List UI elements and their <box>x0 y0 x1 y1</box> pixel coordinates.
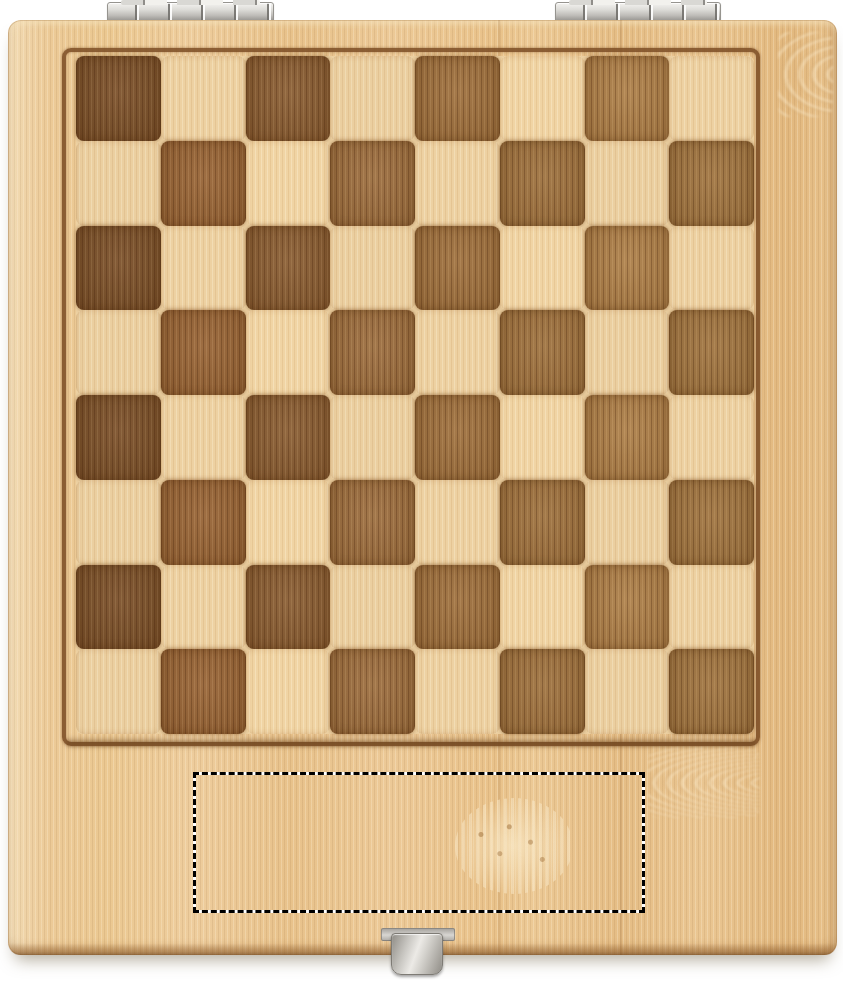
board-burn-shadow <box>66 736 756 749</box>
square-a7 <box>76 141 161 226</box>
square-c1 <box>246 649 331 734</box>
square-a3 <box>76 480 161 565</box>
chess-box-lid <box>8 20 837 955</box>
square-b2 <box>161 565 246 650</box>
square-a5 <box>76 310 161 395</box>
square-h2 <box>669 565 754 650</box>
square-c7 <box>246 141 331 226</box>
square-f5 <box>500 310 585 395</box>
square-b8 <box>161 56 246 141</box>
square-f7 <box>500 141 585 226</box>
square-a2 <box>76 565 161 650</box>
square-g2 <box>585 565 670 650</box>
square-a4 <box>76 395 161 480</box>
square-c2 <box>246 565 331 650</box>
square-e7 <box>415 141 500 226</box>
square-g4 <box>585 395 670 480</box>
square-h7 <box>669 141 754 226</box>
square-c5 <box>246 310 331 395</box>
square-f4 <box>500 395 585 480</box>
square-g1 <box>585 649 670 734</box>
square-c6 <box>246 226 331 311</box>
square-f8 <box>500 56 585 141</box>
square-e8 <box>415 56 500 141</box>
square-d3 <box>330 480 415 565</box>
square-d4 <box>330 395 415 480</box>
square-e2 <box>415 565 500 650</box>
square-g6 <box>585 226 670 311</box>
square-d8 <box>330 56 415 141</box>
square-h3 <box>669 480 754 565</box>
wood-grain-patch <box>648 748 760 818</box>
square-f6 <box>500 226 585 311</box>
square-b1 <box>161 649 246 734</box>
square-f3 <box>500 480 585 565</box>
wood-grain-patch <box>778 32 833 117</box>
square-h1 <box>669 649 754 734</box>
square-f1 <box>500 649 585 734</box>
square-g7 <box>585 141 670 226</box>
square-a8 <box>76 56 161 141</box>
square-e3 <box>415 480 500 565</box>
square-b3 <box>161 480 246 565</box>
square-e5 <box>415 310 500 395</box>
square-d2 <box>330 565 415 650</box>
square-g5 <box>585 310 670 395</box>
square-f2 <box>500 565 585 650</box>
square-d6 <box>330 226 415 311</box>
square-g3 <box>585 480 670 565</box>
square-d1 <box>330 649 415 734</box>
print-area-marker <box>193 772 645 913</box>
square-b6 <box>161 226 246 311</box>
chessboard <box>76 56 754 734</box>
square-e6 <box>415 226 500 311</box>
square-g8 <box>585 56 670 141</box>
clasp-button <box>391 933 443 975</box>
square-d5 <box>330 310 415 395</box>
square-b5 <box>161 310 246 395</box>
square-a6 <box>76 226 161 311</box>
square-c3 <box>246 480 331 565</box>
square-e4 <box>415 395 500 480</box>
square-b7 <box>161 141 246 226</box>
square-d7 <box>330 141 415 226</box>
square-h8 <box>669 56 754 141</box>
square-b4 <box>161 395 246 480</box>
square-a1 <box>76 649 161 734</box>
product-photo <box>0 0 843 1000</box>
square-e1 <box>415 649 500 734</box>
square-c8 <box>246 56 331 141</box>
square-c4 <box>246 395 331 480</box>
square-h4 <box>669 395 754 480</box>
square-h6 <box>669 226 754 311</box>
square-h5 <box>669 310 754 395</box>
